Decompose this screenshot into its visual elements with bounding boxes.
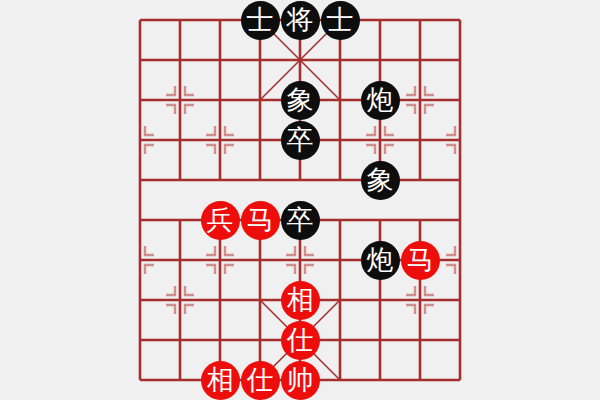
board-point-6-4: 象 [360, 160, 400, 200]
black-elephant-piece[interactable]: 象 [281, 81, 320, 120]
black-advisor-piece[interactable]: 士 [241, 1, 280, 40]
board-point-4-8: 仕 [280, 320, 320, 360]
board-point-4-9: 帅 [280, 360, 320, 400]
xiangqi-board: 士将士象炮卒象兵马卒炮马相仕相仕帅 [0, 0, 600, 400]
board-points-grid: 士将士象炮卒象兵马卒炮马相仕相仕帅 [120, 0, 480, 400]
board-point-3-5: 马 [240, 200, 280, 240]
board-point-4-5: 卒 [280, 200, 320, 240]
board-point-4-3: 卒 [280, 120, 320, 160]
red-elephant-piece[interactable]: 相 [281, 281, 320, 320]
board-point-3-0: 士 [240, 0, 280, 40]
red-advisor-piece[interactable]: 仕 [241, 361, 280, 400]
board-point-6-2: 炮 [360, 80, 400, 120]
board-point-4-0: 将 [280, 0, 320, 40]
board-point-2-5: 兵 [200, 200, 240, 240]
board-point-7-6: 马 [400, 240, 440, 280]
board-point-4-2: 象 [280, 80, 320, 120]
black-general-piece[interactable]: 将 [281, 1, 320, 40]
red-general-piece[interactable]: 帅 [281, 361, 320, 400]
black-elephant-piece[interactable]: 象 [361, 161, 400, 200]
red-horse-piece[interactable]: 马 [241, 201, 280, 240]
red-horse-piece[interactable]: 马 [401, 241, 440, 280]
board-point-5-0: 士 [320, 0, 360, 40]
black-cannon-piece[interactable]: 炮 [361, 241, 400, 280]
board-point-6-6: 炮 [360, 240, 400, 280]
black-soldier-piece[interactable]: 卒 [281, 201, 320, 240]
black-cannon-piece[interactable]: 炮 [361, 81, 400, 120]
board-point-4-7: 相 [280, 280, 320, 320]
board-point-3-9: 仕 [240, 360, 280, 400]
black-soldier-piece[interactable]: 卒 [281, 121, 320, 160]
black-advisor-piece[interactable]: 士 [321, 1, 360, 40]
board-point-2-9: 相 [200, 360, 240, 400]
red-soldier-piece[interactable]: 兵 [201, 201, 240, 240]
red-elephant-piece[interactable]: 相 [201, 361, 240, 400]
red-advisor-piece[interactable]: 仕 [281, 321, 320, 360]
